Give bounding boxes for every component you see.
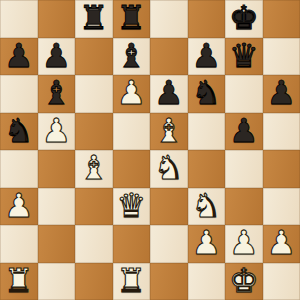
square-f8[interactable]: [188, 0, 226, 38]
square-h4[interactable]: [263, 150, 301, 188]
black-rook-c8[interactable]: ♜: [79, 0, 109, 37]
square-g6[interactable]: [225, 75, 263, 113]
black-queen-g7[interactable]: ♛: [229, 37, 259, 75]
square-e8[interactable]: [150, 0, 188, 38]
white-pawn-f2[interactable]: ♟: [191, 224, 221, 262]
white-knight-f3[interactable]: ♞: [191, 187, 221, 225]
white-king-g1[interactable]: ♚: [229, 262, 259, 300]
square-d8[interactable]: ♜: [113, 0, 151, 38]
square-h1[interactable]: [263, 263, 301, 300]
black-bishop-b6[interactable]: ♝: [41, 74, 71, 112]
white-knight-e4[interactable]: ♞: [154, 149, 184, 187]
square-c1[interactable]: [75, 263, 113, 300]
white-pawn-a3[interactable]: ♟: [4, 187, 34, 225]
square-e7[interactable]: [150, 38, 188, 76]
black-knight-a5[interactable]: ♞: [4, 112, 34, 150]
square-c8[interactable]: ♜: [75, 0, 113, 38]
square-e5[interactable]: ♝: [150, 113, 188, 151]
square-f7[interactable]: ♟: [188, 38, 226, 76]
square-b8[interactable]: [38, 0, 76, 38]
square-h2[interactable]: ♟: [263, 225, 301, 263]
square-a7[interactable]: ♟: [0, 38, 38, 76]
square-b2[interactable]: [38, 225, 76, 263]
square-d3[interactable]: ♛: [113, 188, 151, 226]
square-b5[interactable]: ♟: [38, 113, 76, 151]
chess-board-container: ♜♜♚♟♟♝♟♛♝♟♟♞♟♞♟♝♟♝♞♟♛♞♟♟♟♜♜♚: [0, 0, 300, 300]
black-pawn-e6[interactable]: ♟: [154, 74, 184, 112]
square-a8[interactable]: [0, 0, 38, 38]
square-e1[interactable]: [150, 263, 188, 300]
black-king-g8[interactable]: ♚: [229, 0, 259, 37]
square-g4[interactable]: [225, 150, 263, 188]
square-b4[interactable]: [38, 150, 76, 188]
square-a2[interactable]: [0, 225, 38, 263]
black-pawn-g5[interactable]: ♟: [229, 112, 259, 150]
white-bishop-c4[interactable]: ♝: [79, 149, 109, 187]
square-b6[interactable]: ♝: [38, 75, 76, 113]
square-c5[interactable]: [75, 113, 113, 151]
black-pawn-b7[interactable]: ♟: [41, 37, 71, 75]
square-f3[interactable]: ♞: [188, 188, 226, 226]
square-f2[interactable]: ♟: [188, 225, 226, 263]
square-g5[interactable]: ♟: [225, 113, 263, 151]
square-h5[interactable]: [263, 113, 301, 151]
square-e6[interactable]: ♟: [150, 75, 188, 113]
square-f1[interactable]: [188, 263, 226, 300]
square-g8[interactable]: ♚: [225, 0, 263, 38]
square-b3[interactable]: [38, 188, 76, 226]
black-rook-d8[interactable]: ♜: [116, 0, 146, 37]
white-pawn-g2[interactable]: ♟: [229, 224, 259, 262]
square-g3[interactable]: [225, 188, 263, 226]
square-e4[interactable]: ♞: [150, 150, 188, 188]
white-pawn-b5[interactable]: ♟: [41, 112, 71, 150]
square-a3[interactable]: ♟: [0, 188, 38, 226]
square-d6[interactable]: ♟: [113, 75, 151, 113]
square-d7[interactable]: ♝: [113, 38, 151, 76]
square-a6[interactable]: [0, 75, 38, 113]
square-c6[interactable]: [75, 75, 113, 113]
square-e2[interactable]: [150, 225, 188, 263]
square-f6[interactable]: ♞: [188, 75, 226, 113]
square-e3[interactable]: [150, 188, 188, 226]
black-bishop-d7[interactable]: ♝: [116, 37, 146, 75]
square-a5[interactable]: ♞: [0, 113, 38, 151]
square-g2[interactable]: ♟: [225, 225, 263, 263]
square-f5[interactable]: [188, 113, 226, 151]
black-knight-f6[interactable]: ♞: [191, 74, 221, 112]
square-g7[interactable]: ♛: [225, 38, 263, 76]
square-g1[interactable]: ♚: [225, 263, 263, 300]
white-pawn-h2[interactable]: ♟: [266, 224, 296, 262]
square-h7[interactable]: [263, 38, 301, 76]
square-b7[interactable]: ♟: [38, 38, 76, 76]
white-bishop-e5[interactable]: ♝: [154, 112, 184, 150]
square-d2[interactable]: [113, 225, 151, 263]
square-b1[interactable]: [38, 263, 76, 300]
square-a4[interactable]: [0, 150, 38, 188]
chess-board: ♜♜♚♟♟♝♟♛♝♟♟♞♟♞♟♝♟♝♞♟♛♞♟♟♟♜♜♚: [0, 0, 300, 300]
square-c7[interactable]: [75, 38, 113, 76]
square-d4[interactable]: [113, 150, 151, 188]
black-pawn-h6[interactable]: ♟: [266, 74, 296, 112]
white-queen-d3[interactable]: ♛: [116, 187, 146, 225]
white-pawn-d6[interactable]: ♟: [116, 74, 146, 112]
square-c4[interactable]: ♝: [75, 150, 113, 188]
black-pawn-a7[interactable]: ♟: [4, 37, 34, 75]
square-f4[interactable]: [188, 150, 226, 188]
white-rook-d1[interactable]: ♜: [116, 262, 146, 300]
square-c2[interactable]: [75, 225, 113, 263]
square-a1[interactable]: ♜: [0, 263, 38, 300]
white-rook-a1[interactable]: ♜: [4, 262, 34, 300]
square-d5[interactable]: [113, 113, 151, 151]
square-h3[interactable]: [263, 188, 301, 226]
square-h6[interactable]: ♟: [263, 75, 301, 113]
square-d1[interactable]: ♜: [113, 263, 151, 300]
square-c3[interactable]: [75, 188, 113, 226]
black-pawn-f7[interactable]: ♟: [191, 37, 221, 75]
square-h8[interactable]: [263, 0, 301, 38]
